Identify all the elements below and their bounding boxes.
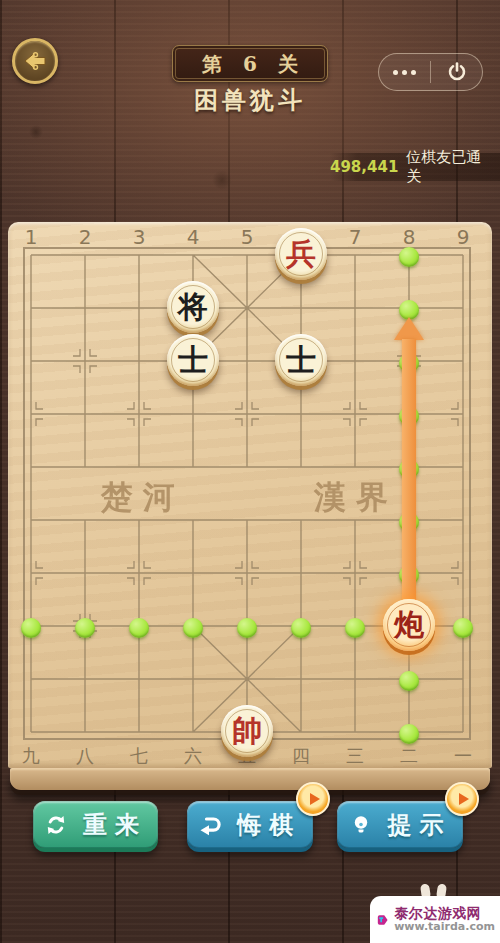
river-text-left: 楚河 — [101, 481, 185, 513]
players-count: 498,441 — [330, 158, 398, 176]
bulb-icon — [349, 813, 373, 837]
game-screen: 第 6 关 困兽犹斗 498,441 位棋友已通关 楚河 漢界 重来 — [0, 0, 500, 943]
file-number-top: 2 — [79, 225, 92, 249]
level-plaque: 第 6 关 — [172, 45, 328, 82]
move-hint-dot[interactable] — [399, 671, 419, 691]
red-general[interactable]: 帥 — [221, 705, 273, 757]
move-hint-dot[interactable] — [75, 618, 95, 638]
black-advisor-left[interactable]: 士 — [167, 334, 219, 386]
river-text-right: 漢界 — [314, 481, 398, 513]
undo-label: 悔棋 — [230, 813, 302, 837]
players-passed-banner: 498,441 位棋友已通关 — [330, 153, 500, 181]
watermark-site-url: www.tairda.com — [394, 921, 495, 934]
black-advisor-right[interactable]: 士 — [275, 334, 327, 386]
hint-label: 提示 — [380, 813, 452, 837]
hint-arrow-body — [402, 339, 416, 630]
watermark-site-name: 泰尔达游戏网 — [394, 905, 495, 921]
move-hint-dot[interactable] — [237, 618, 257, 638]
file-number-bottom: 九 — [22, 744, 40, 768]
board-grid — [8, 222, 492, 768]
piece-glyph: 士 — [286, 345, 316, 375]
file-number-bottom: 八 — [76, 744, 94, 768]
piece-glyph: 士 — [178, 345, 208, 375]
piece-glyph: 将 — [178, 292, 208, 322]
piece-glyph: 炮 — [394, 610, 424, 640]
hint-button[interactable]: 提示 — [337, 801, 463, 848]
file-number-top: 4 — [187, 225, 200, 249]
menu-pill — [378, 53, 483, 91]
hint-arrow-head — [394, 317, 424, 340]
site-watermark: 泰尔达游戏网 www.tairda.com — [370, 896, 500, 943]
file-number-top: 8 — [403, 225, 416, 249]
players-suffix: 位棋友已通关 — [406, 148, 492, 186]
move-hint-dot[interactable] — [129, 618, 149, 638]
power-button[interactable] — [431, 60, 482, 84]
move-hint-dot[interactable] — [21, 618, 41, 638]
tairda-logo-icon — [377, 903, 388, 937]
restart-icon — [44, 813, 68, 837]
undo-button[interactable]: 悔棋 — [187, 801, 313, 848]
restart-label: 重来 — [75, 813, 147, 837]
file-number-top: 1 — [25, 225, 38, 249]
file-number-top: 3 — [133, 225, 146, 249]
black-general[interactable]: 将 — [167, 281, 219, 333]
file-number-top: 7 — [349, 225, 362, 249]
red-cannon[interactable]: 炮 — [383, 599, 435, 651]
play-icon — [310, 793, 320, 805]
play-icon — [459, 793, 469, 805]
hint-ad-play-badge[interactable] — [445, 782, 479, 816]
file-number-bottom: 六 — [184, 744, 202, 768]
move-hint-dot[interactable] — [453, 618, 473, 638]
piece-glyph: 帥 — [232, 716, 262, 746]
file-number-top: 5 — [241, 225, 254, 249]
file-number-bottom: 二 — [400, 744, 418, 768]
file-number-bottom: 四 — [292, 744, 310, 768]
more-button[interactable] — [379, 70, 430, 75]
file-number-bottom: 一 — [454, 744, 472, 768]
red-soldier[interactable]: 兵 — [275, 228, 327, 280]
file-number-bottom: 三 — [346, 744, 364, 768]
undo-icon — [199, 813, 223, 837]
move-hint-dot[interactable] — [291, 618, 311, 638]
power-icon — [445, 60, 469, 84]
back-arrow-icon — [22, 48, 48, 74]
undo-ad-play-badge[interactable] — [296, 782, 330, 816]
level-title: 第 6 关 — [195, 54, 305, 74]
restart-button[interactable]: 重来 — [33, 801, 158, 848]
move-hint-dot[interactable] — [399, 247, 419, 267]
move-hint-dot[interactable] — [345, 618, 365, 638]
back-button[interactable] — [12, 38, 58, 84]
board-front-edge — [10, 768, 490, 790]
piece-glyph: 兵 — [286, 239, 316, 269]
file-number-top: 9 — [457, 225, 470, 249]
file-number-bottom: 七 — [130, 744, 148, 768]
move-hint-dot[interactable] — [399, 724, 419, 744]
move-hint-dot[interactable] — [183, 618, 203, 638]
xiangqi-board: 楚河 漢界 — [8, 222, 492, 768]
